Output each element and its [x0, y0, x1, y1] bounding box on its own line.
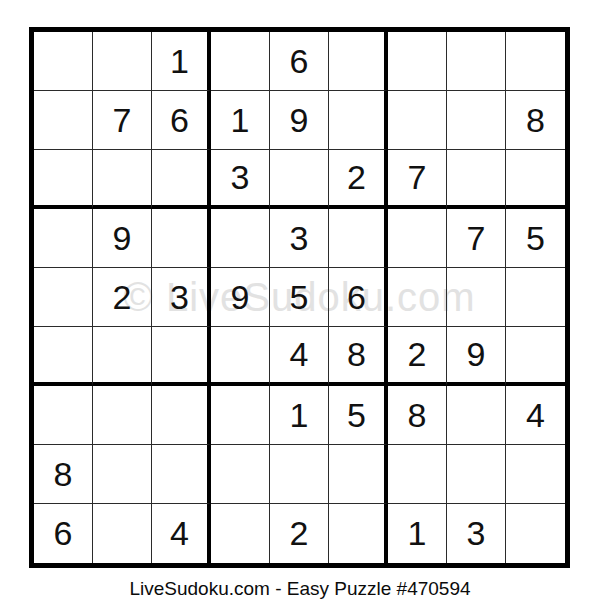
sudoku-board: © LiveSudoku.com 16761983279375239564829… [29, 27, 570, 568]
sudoku-cell-given[interactable]: 8 [329, 327, 388, 386]
sudoku-cell-empty[interactable] [388, 91, 447, 150]
sudoku-cell-given[interactable]: 3 [270, 209, 329, 268]
sudoku-cell-given[interactable]: 9 [447, 327, 506, 386]
sudoku-cell-given[interactable]: 7 [447, 209, 506, 268]
sudoku-cell-empty[interactable] [447, 91, 506, 150]
sudoku-cell-empty[interactable] [506, 268, 565, 327]
sudoku-cell-empty[interactable] [34, 209, 93, 268]
sudoku-cell-given[interactable]: 5 [329, 386, 388, 445]
caption: LiveSudoku.com - Easy Puzzle #470594 [0, 578, 600, 600]
sudoku-cell-empty[interactable] [506, 504, 565, 563]
sudoku-cell-empty[interactable] [506, 32, 565, 91]
sudoku-cell-given[interactable]: 3 [152, 268, 211, 327]
sudoku-cell-empty[interactable] [329, 209, 388, 268]
sudoku-cell-empty[interactable] [93, 150, 152, 209]
sudoku-cell-empty[interactable] [152, 445, 211, 504]
sudoku-cell-empty[interactable] [152, 209, 211, 268]
sudoku-cell-given[interactable]: 8 [388, 386, 447, 445]
sudoku-cell-empty[interactable] [270, 445, 329, 504]
sudoku-cell-given[interactable]: 5 [270, 268, 329, 327]
sudoku-cell-empty[interactable] [152, 386, 211, 445]
sudoku-cell-empty[interactable] [388, 209, 447, 268]
sudoku-cell-empty[interactable] [211, 32, 270, 91]
sudoku-cell-empty[interactable] [329, 445, 388, 504]
sudoku-cell-given[interactable]: 1 [152, 32, 211, 91]
sudoku-cell-given[interactable]: 9 [93, 209, 152, 268]
sudoku-cell-empty[interactable] [211, 504, 270, 563]
sudoku-cell-empty[interactable] [447, 386, 506, 445]
sudoku-cell-empty[interactable] [270, 150, 329, 209]
sudoku-cell-empty[interactable] [93, 504, 152, 563]
sudoku-cell-given[interactable]: 4 [270, 327, 329, 386]
sudoku-cell-empty[interactable] [211, 209, 270, 268]
sudoku-cell-empty[interactable] [34, 32, 93, 91]
sudoku-cell-empty[interactable] [447, 32, 506, 91]
sudoku-cell-empty[interactable] [447, 150, 506, 209]
sudoku-cell-empty[interactable] [388, 32, 447, 91]
sudoku-cell-empty[interactable] [34, 327, 93, 386]
sudoku-cell-empty[interactable] [506, 327, 565, 386]
sudoku-grid: 167619832793752395648291584864213 [34, 32, 565, 563]
sudoku-cell-given[interactable]: 3 [211, 150, 270, 209]
sudoku-cell-empty[interactable] [388, 268, 447, 327]
sudoku-cell-empty[interactable] [329, 504, 388, 563]
sudoku-cell-empty[interactable] [93, 386, 152, 445]
sudoku-cell-empty[interactable] [93, 445, 152, 504]
sudoku-cell-given[interactable]: 2 [270, 504, 329, 563]
sudoku-cell-given[interactable]: 8 [34, 445, 93, 504]
sudoku-cell-given[interactable]: 4 [152, 504, 211, 563]
sudoku-cell-given[interactable]: 1 [211, 91, 270, 150]
sudoku-cell-given[interactable]: 6 [34, 504, 93, 563]
sudoku-cell-given[interactable]: 5 [506, 209, 565, 268]
sudoku-cell-given[interactable]: 6 [152, 91, 211, 150]
sudoku-cell-given[interactable]: 7 [388, 150, 447, 209]
sudoku-cell-empty[interactable] [447, 445, 506, 504]
sudoku-cell-given[interactable]: 1 [388, 504, 447, 563]
sudoku-cell-empty[interactable] [211, 445, 270, 504]
sudoku-cell-empty[interactable] [506, 445, 565, 504]
sudoku-cell-empty[interactable] [34, 268, 93, 327]
sudoku-cell-given[interactable]: 6 [270, 32, 329, 91]
sudoku-cell-empty[interactable] [34, 386, 93, 445]
sudoku-cell-given[interactable]: 7 [93, 91, 152, 150]
sudoku-cell-given[interactable]: 9 [211, 268, 270, 327]
sudoku-cell-empty[interactable] [211, 327, 270, 386]
sudoku-cell-empty[interactable] [93, 327, 152, 386]
sudoku-cell-empty[interactable] [34, 150, 93, 209]
sudoku-cell-given[interactable]: 4 [506, 386, 565, 445]
sudoku-cell-given[interactable]: 9 [270, 91, 329, 150]
sudoku-cell-given[interactable]: 6 [329, 268, 388, 327]
sudoku-cell-empty[interactable] [329, 32, 388, 91]
sudoku-cell-empty[interactable] [152, 150, 211, 209]
sudoku-cell-empty[interactable] [506, 150, 565, 209]
sudoku-cell-given[interactable]: 1 [270, 386, 329, 445]
sudoku-cell-empty[interactable] [447, 268, 506, 327]
sudoku-cell-given[interactable]: 2 [329, 150, 388, 209]
sudoku-cell-given[interactable]: 8 [506, 91, 565, 150]
sudoku-cell-empty[interactable] [152, 327, 211, 386]
sudoku-cell-given[interactable]: 2 [388, 327, 447, 386]
sudoku-cell-empty[interactable] [388, 445, 447, 504]
sudoku-cell-empty[interactable] [93, 32, 152, 91]
sudoku-cell-empty[interactable] [34, 91, 93, 150]
sudoku-cell-empty[interactable] [329, 91, 388, 150]
sudoku-cell-empty[interactable] [211, 386, 270, 445]
sudoku-cell-given[interactable]: 2 [93, 268, 152, 327]
sudoku-cell-given[interactable]: 3 [447, 504, 506, 563]
